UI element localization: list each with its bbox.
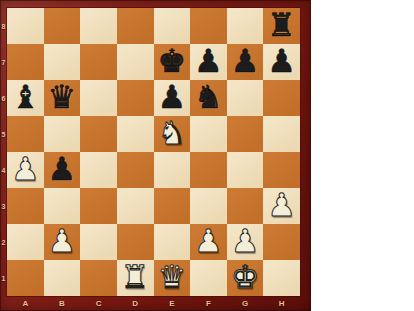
square-b7[interactable]	[44, 44, 81, 80]
black-pawn-b4[interactable]: ♟	[48, 153, 77, 185]
white-pawn-a4[interactable]: ♟	[11, 153, 40, 185]
square-g4[interactable]	[227, 152, 264, 188]
board-squares-grid: ♜♚♟♟♟♝♛♟♞♞♟♟♟♟♟♟♜♛♚	[7, 8, 300, 296]
square-f3[interactable]	[190, 188, 227, 224]
rank-label-1: 1	[0, 260, 7, 296]
rank-label-6: 6	[0, 80, 7, 116]
file-label-b: B	[44, 296, 81, 311]
square-g3[interactable]	[227, 188, 264, 224]
black-knight-f6[interactable]: ♞	[194, 81, 223, 113]
black-pawn-h7[interactable]: ♟	[267, 45, 296, 77]
white-knight-e5[interactable]: ♞	[157, 117, 186, 149]
square-e5[interactable]: ♞	[154, 116, 191, 152]
file-label-g: G	[227, 296, 264, 311]
square-f1[interactable]	[190, 260, 227, 296]
rank-label-2: 2	[0, 224, 7, 260]
square-b8[interactable]	[44, 8, 81, 44]
square-e2[interactable]	[154, 224, 191, 260]
square-d1[interactable]: ♜	[117, 260, 154, 296]
rank-label-5: 5	[0, 116, 7, 152]
square-b3[interactable]	[44, 188, 81, 224]
black-bishop-a6[interactable]: ♝	[11, 81, 40, 113]
square-f4[interactable]	[190, 152, 227, 188]
square-a3[interactable]	[7, 188, 44, 224]
square-a5[interactable]	[7, 116, 44, 152]
rank-label-8: 8	[0, 8, 7, 44]
black-pawn-f7[interactable]: ♟	[194, 45, 223, 77]
square-c4[interactable]	[80, 152, 117, 188]
black-rook-h8[interactable]: ♜	[267, 9, 296, 41]
file-label-a: A	[7, 296, 44, 311]
file-label-f: F	[190, 296, 227, 311]
file-label-c: C	[80, 296, 117, 311]
square-a7[interactable]	[7, 44, 44, 80]
rank-label-3: 3	[0, 188, 7, 224]
black-king-e7[interactable]: ♚	[157, 45, 186, 77]
square-c6[interactable]	[80, 80, 117, 116]
square-d6[interactable]	[117, 80, 154, 116]
square-b4[interactable]: ♟	[44, 152, 81, 188]
square-a2[interactable]	[7, 224, 44, 260]
square-e3[interactable]	[154, 188, 191, 224]
square-g5[interactable]	[227, 116, 264, 152]
square-b5[interactable]	[44, 116, 81, 152]
square-g1[interactable]: ♚	[227, 260, 264, 296]
square-h2[interactable]	[263, 224, 300, 260]
square-g8[interactable]	[227, 8, 264, 44]
square-d8[interactable]	[117, 8, 154, 44]
square-f8[interactable]	[190, 8, 227, 44]
square-c5[interactable]	[80, 116, 117, 152]
square-a4[interactable]: ♟	[7, 152, 44, 188]
square-e1[interactable]: ♛	[154, 260, 191, 296]
white-pawn-b2[interactable]: ♟	[48, 225, 77, 257]
black-queen-b6[interactable]: ♛	[48, 81, 77, 113]
chess-board-frame: ♜♚♟♟♟♝♛♟♞♞♟♟♟♟♟♟♜♛♚ 87654321 ABCDEFGH	[0, 0, 311, 311]
white-pawn-h3[interactable]: ♟	[267, 189, 296, 221]
square-d7[interactable]	[117, 44, 154, 80]
square-f6[interactable]: ♞	[190, 80, 227, 116]
square-h3[interactable]: ♟	[263, 188, 300, 224]
square-a8[interactable]	[7, 8, 44, 44]
square-e6[interactable]: ♟	[154, 80, 191, 116]
white-queen-e1[interactable]: ♛	[157, 261, 186, 293]
square-h1[interactable]	[263, 260, 300, 296]
white-rook-d1[interactable]: ♜	[121, 261, 150, 293]
square-b6[interactable]: ♛	[44, 80, 81, 116]
square-c2[interactable]	[80, 224, 117, 260]
square-e4[interactable]	[154, 152, 191, 188]
square-f5[interactable]	[190, 116, 227, 152]
square-g7[interactable]: ♟	[227, 44, 264, 80]
rank-label-7: 7	[0, 44, 7, 80]
white-king-g1[interactable]: ♚	[231, 261, 260, 293]
square-c1[interactable]	[80, 260, 117, 296]
square-d3[interactable]	[117, 188, 154, 224]
square-h4[interactable]	[263, 152, 300, 188]
white-pawn-f2[interactable]: ♟	[194, 225, 223, 257]
square-h7[interactable]: ♟	[263, 44, 300, 80]
square-c8[interactable]	[80, 8, 117, 44]
square-c3[interactable]	[80, 188, 117, 224]
square-e7[interactable]: ♚	[154, 44, 191, 80]
square-d2[interactable]	[117, 224, 154, 260]
square-f7[interactable]: ♟	[190, 44, 227, 80]
file-label-e: E	[154, 296, 191, 311]
square-b1[interactable]	[44, 260, 81, 296]
square-g2[interactable]: ♟	[227, 224, 264, 260]
white-pawn-g2[interactable]: ♟	[231, 225, 260, 257]
square-e8[interactable]	[154, 8, 191, 44]
file-label-d: D	[117, 296, 154, 311]
chess-diagram: ♜♚♟♟♟♝♛♟♞♞♟♟♟♟♟♟♜♛♚ 87654321 ABCDEFGH	[0, 0, 414, 311]
black-pawn-g7[interactable]: ♟	[231, 45, 260, 77]
black-pawn-e6[interactable]: ♟	[157, 81, 186, 113]
square-a1[interactable]	[7, 260, 44, 296]
square-h8[interactable]: ♜	[263, 8, 300, 44]
square-h5[interactable]	[263, 116, 300, 152]
file-label-h: H	[263, 296, 300, 311]
square-f2[interactable]: ♟	[190, 224, 227, 260]
square-g6[interactable]	[227, 80, 264, 116]
square-d5[interactable]	[117, 116, 154, 152]
square-c7[interactable]	[80, 44, 117, 80]
square-b2[interactable]: ♟	[44, 224, 81, 260]
rank-label-4: 4	[0, 152, 7, 188]
square-a6[interactable]: ♝	[7, 80, 44, 116]
square-d4[interactable]	[117, 152, 154, 188]
square-h6[interactable]	[263, 80, 300, 116]
